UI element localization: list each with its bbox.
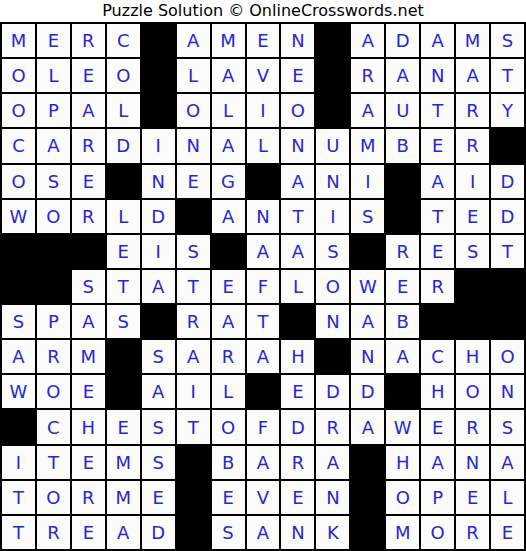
letter-cell-r12-c11: A [351,410,384,443]
letter-cell-r15-c4: A [107,516,140,549]
letter-cell-r14-c14: E [456,481,489,514]
puzzle-solution-page: Puzzle Solution © OnlineCrosswords.net M… [0,0,526,551]
black-cell-r5-c12 [386,165,419,198]
letter-cell-r2-c13: N [421,59,454,92]
letter-cell-r15-c3: E [72,516,105,549]
black-cell-r5-c4 [107,165,140,198]
letter-cell-r2-c4: O [107,59,140,92]
letter-cell-r1-c7: M [212,24,245,57]
letter-cell-r4-c1: C [2,129,35,162]
letter-cell-r12-c14: R [456,410,489,443]
letter-cell-r7-c12: R [386,235,419,268]
letter-cell-r13-c15: A [491,446,524,479]
letter-cell-r7-c14: S [456,235,489,268]
letter-cell-r11-c10: D [316,375,349,408]
letter-cell-r3-c4: L [107,94,140,127]
letter-cell-r12-c9: D [281,410,314,443]
letter-cell-r6-c7: A [212,200,245,233]
letter-cell-r13-c7: B [212,446,245,479]
letter-cell-r8-c8: F [247,270,280,303]
letter-cell-r9-c2: P [37,305,70,338]
black-cell-r11-c12 [386,375,419,408]
letter-cell-r1-c12: D [386,24,419,57]
letter-cell-r5-c10: N [316,165,349,198]
letter-cell-r8-c9: L [281,270,314,303]
black-cell-r3-c10 [316,94,349,127]
black-cell-r1-c10 [316,24,349,57]
black-cell-r9-c14 [456,305,489,338]
letter-cell-r14-c1: T [2,481,35,514]
letter-cell-r7-c8: A [247,235,280,268]
letter-cell-r6-c10: I [316,200,349,233]
letter-cell-r7-c10: S [316,235,349,268]
black-cell-r10-c10 [316,340,349,373]
black-cell-r8-c1 [2,270,35,303]
letter-cell-r1-c2: E [37,24,70,57]
letter-cell-r6-c8: N [247,200,280,233]
letter-cell-r3-c11: A [351,94,384,127]
letter-cell-r13-c2: T [37,446,70,479]
letter-cell-r10-c8: A [247,340,280,373]
letter-cell-r2-c11: R [351,59,384,92]
letter-cell-r4-c10: U [316,129,349,162]
black-cell-r3-c5 [142,94,175,127]
letter-cell-r15-c1: T [2,516,35,549]
letter-cell-r2-c6: L [177,59,210,92]
letter-cell-r4-c12: B [386,129,419,162]
black-cell-r2-c10 [316,59,349,92]
letter-cell-r4-c6: N [177,129,210,162]
black-cell-r15-c6 [177,516,210,549]
letter-cell-r8-c10: O [316,270,349,303]
black-cell-r9-c15 [491,305,524,338]
letter-cell-r5-c9: A [281,165,314,198]
letter-cell-r3-c2: P [37,94,70,127]
letter-cell-r13-c4: M [107,446,140,479]
letter-cell-r11-c7: L [212,375,245,408]
black-cell-r15-c11 [351,516,384,549]
letter-cell-r5-c7: G [212,165,245,198]
letter-cell-r4-c7: A [212,129,245,162]
letter-cell-r3-c12: U [386,94,419,127]
letter-cell-r2-c15: T [491,59,524,92]
letter-cell-r6-c2: O [37,200,70,233]
letter-cell-r3-c8: I [247,94,280,127]
letter-cell-r11-c15: N [491,375,524,408]
letter-cell-r11-c6: I [177,375,210,408]
letter-cell-r10-c13: C [421,340,454,373]
letter-cell-r14-c12: O [386,481,419,514]
letter-cell-r2-c3: E [72,59,105,92]
letter-cell-r9-c1: S [2,305,35,338]
letter-cell-r6-c11: S [351,200,384,233]
letter-cell-r4-c5: I [142,129,175,162]
letter-cell-r2-c12: A [386,59,419,92]
letter-cell-r10-c11: N [351,340,384,373]
letter-cell-r10-c6: A [177,340,210,373]
letter-cell-r2-c9: E [281,59,314,92]
letter-cell-r13-c5: S [142,446,175,479]
black-cell-r2-c5 [142,59,175,92]
letter-cell-r11-c11: D [351,375,384,408]
letter-cell-r5-c2: S [37,165,70,198]
letter-cell-r10-c5: S [142,340,175,373]
letter-cell-r5-c3: E [72,165,105,198]
letter-cell-r4-c2: A [37,129,70,162]
letter-cell-r1-c14: M [456,24,489,57]
letter-cell-r5-c13: A [421,165,454,198]
letter-cell-r15-c2: R [37,516,70,549]
letter-cell-r4-c3: R [72,129,105,162]
letter-cell-r5-c11: I [351,165,384,198]
letter-cell-r8-c5: A [142,270,175,303]
letter-cell-r1-c11: A [351,24,384,57]
letter-cell-r13-c10: A [316,446,349,479]
letter-cell-r7-c6: S [177,235,210,268]
letter-cell-r4-c4: D [107,129,140,162]
letter-cell-r13-c1: I [2,446,35,479]
letter-cell-r3-c3: A [72,94,105,127]
letter-cell-r2-c8: V [247,59,280,92]
letter-cell-r13-c13: A [421,446,454,479]
letter-cell-r15-c8: A [247,516,280,549]
letter-cell-r8-c3: S [72,270,105,303]
letter-cell-r14-c10: N [316,481,349,514]
letter-cell-r8-c7: E [212,270,245,303]
letter-cell-r7-c15: T [491,235,524,268]
letter-cell-r14-c15: L [491,481,524,514]
letter-cell-r10-c1: A [2,340,35,373]
letter-cell-r13-c8: A [247,446,280,479]
letter-cell-r13-c3: E [72,446,105,479]
black-cell-r9-c13 [421,305,454,338]
letter-cell-r11-c1: W [2,375,35,408]
letter-cell-r9-c11: A [351,305,384,338]
letter-cell-r4-c9: N [281,129,314,162]
letter-cell-r8-c6: T [177,270,210,303]
black-cell-r7-c2 [37,235,70,268]
letter-cell-r14-c3: R [72,481,105,514]
black-cell-r7-c1 [2,235,35,268]
letter-cell-r5-c6: E [177,165,210,198]
letter-cell-r3-c13: T [421,94,454,127]
letter-cell-r13-c9: R [281,446,314,479]
letter-cell-r5-c14: I [456,165,489,198]
black-cell-r11-c4 [107,375,140,408]
letter-cell-r6-c5: D [142,200,175,233]
letter-cell-r8-c11: W [351,270,384,303]
letter-cell-r11-c3: E [72,375,105,408]
black-cell-r14-c6 [177,481,210,514]
letter-cell-r15-c14: R [456,516,489,549]
title-bar: Puzzle Solution © OnlineCrosswords.net [0,0,526,22]
black-cell-r9-c9 [281,305,314,338]
letter-cell-r11-c5: A [142,375,175,408]
letter-cell-r1-c13: A [421,24,454,57]
letter-cell-r11-c13: H [421,375,454,408]
letter-cell-r5-c15: D [491,165,524,198]
letter-cell-r4-c14: R [456,129,489,162]
letter-cell-r14-c5: E [142,481,175,514]
letter-cell-r15-c9: N [281,516,314,549]
crossword-grid: MERCAMENADAMSOLEOLAVERANATOPALOLIOAUTRYC… [0,22,526,551]
letter-cell-r2-c7: A [212,59,245,92]
letter-cell-r1-c8: E [247,24,280,57]
letter-cell-r6-c4: L [107,200,140,233]
letter-cell-r12-c10: R [316,410,349,443]
letter-cell-r12-c3: H [72,410,105,443]
page-title: Puzzle Solution © OnlineCrosswords.net [102,0,424,22]
black-cell-r11-c8 [247,375,280,408]
letter-cell-r6-c15: D [491,200,524,233]
letter-cell-r10-c14: H [456,340,489,373]
letter-cell-r10-c7: R [212,340,245,373]
letter-cell-r12-c2: C [37,410,70,443]
letter-cell-r10-c9: H [281,340,314,373]
letter-cell-r1-c15: S [491,24,524,57]
black-cell-r13-c6 [177,446,210,479]
letter-cell-r3-c14: R [456,94,489,127]
letter-cell-r12-c4: E [107,410,140,443]
letter-cell-r14-c13: P [421,481,454,514]
letter-cell-r8-c13: R [421,270,454,303]
letter-cell-r2-c1: O [2,59,35,92]
letter-cell-r6-c3: R [72,200,105,233]
letter-cell-r6-c1: W [2,200,35,233]
letter-cell-r3-c1: O [2,94,35,127]
black-cell-r9-c5 [142,305,175,338]
black-cell-r1-c5 [142,24,175,57]
black-cell-r13-c11 [351,446,384,479]
letter-cell-r3-c9: O [281,94,314,127]
black-cell-r5-c8 [247,165,280,198]
letter-cell-r7-c9: A [281,235,314,268]
letter-cell-r10-c12: A [386,340,419,373]
letter-cell-r3-c6: O [177,94,210,127]
letter-cell-r10-c3: M [72,340,105,373]
letter-cell-r9-c8: T [247,305,280,338]
black-cell-r7-c7 [212,235,245,268]
letter-cell-r14-c7: E [212,481,245,514]
black-cell-r7-c3 [72,235,105,268]
letter-cell-r14-c4: M [107,481,140,514]
letter-cell-r12-c15: S [491,410,524,443]
letter-cell-r12-c12: W [386,410,419,443]
black-cell-r8-c15 [491,270,524,303]
letter-cell-r9-c7: A [212,305,245,338]
letter-cell-r8-c4: T [107,270,140,303]
letter-cell-r9-c4: S [107,305,140,338]
letter-cell-r11-c2: O [37,375,70,408]
letter-cell-r9-c12: B [386,305,419,338]
letter-cell-r7-c5: I [142,235,175,268]
black-cell-r12-c1 [2,410,35,443]
letter-cell-r12-c8: F [247,410,280,443]
letter-cell-r4-c8: L [247,129,280,162]
black-cell-r4-c15 [491,129,524,162]
letter-cell-r8-c12: E [386,270,419,303]
letter-cell-r13-c14: N [456,446,489,479]
letter-cell-r6-c14: E [456,200,489,233]
letter-cell-r13-c12: H [386,446,419,479]
letter-cell-r10-c2: R [37,340,70,373]
letter-cell-r2-c2: L [37,59,70,92]
black-cell-r14-c11 [351,481,384,514]
letter-cell-r3-c7: L [212,94,245,127]
letter-cell-r6-c13: T [421,200,454,233]
letter-cell-r4-c13: E [421,129,454,162]
black-cell-r6-c6 [177,200,210,233]
letter-cell-r2-c14: A [456,59,489,92]
black-cell-r6-c12 [386,200,419,233]
letter-cell-r12-c6: T [177,410,210,443]
letter-cell-r14-c9: E [281,481,314,514]
letter-cell-r15-c10: K [316,516,349,549]
letter-cell-r9-c6: R [177,305,210,338]
letter-cell-r12-c5: S [142,410,175,443]
letter-cell-r15-c13: O [421,516,454,549]
letter-cell-r15-c5: D [142,516,175,549]
letter-cell-r1-c1: M [2,24,35,57]
letter-cell-r3-c15: Y [491,94,524,127]
letter-cell-r11-c9: E [281,375,314,408]
letter-cell-r7-c4: E [107,235,140,268]
letter-cell-r15-c7: S [212,516,245,549]
letter-cell-r11-c14: O [456,375,489,408]
letter-cell-r15-c12: M [386,516,419,549]
letter-cell-r10-c15: O [491,340,524,373]
letter-cell-r14-c2: O [37,481,70,514]
letter-cell-r5-c1: O [2,165,35,198]
letter-cell-r15-c15: E [491,516,524,549]
letter-cell-r14-c8: V [247,481,280,514]
letter-cell-r1-c4: C [107,24,140,57]
letter-cell-r9-c10: N [316,305,349,338]
letter-cell-r6-c9: T [281,200,314,233]
letter-cell-r12-c7: O [212,410,245,443]
letter-cell-r5-c5: N [142,165,175,198]
letter-cell-r12-c13: E [421,410,454,443]
letter-cell-r1-c6: A [177,24,210,57]
letter-cell-r9-c3: A [72,305,105,338]
letter-cell-r7-c13: E [421,235,454,268]
letter-cell-r4-c11: M [351,129,384,162]
black-cell-r8-c2 [37,270,70,303]
black-cell-r10-c4 [107,340,140,373]
black-cell-r8-c14 [456,270,489,303]
black-cell-r7-c11 [351,235,384,268]
letter-cell-r1-c9: N [281,24,314,57]
letter-cell-r1-c3: R [72,24,105,57]
